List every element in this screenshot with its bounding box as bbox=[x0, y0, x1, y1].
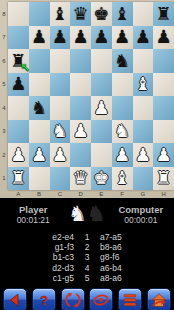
square-c5[interactable] bbox=[50, 73, 71, 97]
square-a5[interactable]: ♟ bbox=[8, 73, 29, 97]
back-button[interactable] bbox=[3, 288, 27, 310]
svg-text:?: ? bbox=[40, 292, 48, 307]
rank-labels: 87654321 bbox=[0, 2, 8, 190]
piece-white-bishop: ♝ bbox=[135, 75, 151, 93]
square-g6[interactable] bbox=[133, 49, 154, 73]
piece-white-queen: ♛ bbox=[73, 169, 89, 187]
square-c1[interactable] bbox=[50, 167, 71, 191]
piece-white-knight: ♞ bbox=[52, 122, 68, 140]
square-d1[interactable]: ♛ bbox=[70, 167, 91, 191]
black-knight-icon: ♞ bbox=[87, 204, 106, 225]
square-e2[interactable] bbox=[91, 143, 112, 167]
white-move: g1-f3 bbox=[16, 242, 78, 252]
piece-black-bishop: ♝ bbox=[52, 5, 68, 23]
square-d4[interactable] bbox=[70, 96, 91, 120]
rank-label-6: 6 bbox=[0, 49, 8, 73]
square-f1[interactable]: ♝ bbox=[112, 167, 133, 191]
rank-label-1: 1 bbox=[0, 167, 8, 191]
white-move: d2-d3 bbox=[16, 263, 78, 273]
side-indicator: ♞ ♞ bbox=[68, 204, 106, 225]
piece-white-pawn: ♟ bbox=[31, 146, 47, 164]
square-d6[interactable] bbox=[70, 49, 91, 73]
square-d2[interactable] bbox=[70, 143, 91, 167]
move-row-5: c1-g55a8-a6 bbox=[16, 273, 158, 283]
view-button[interactable] bbox=[89, 288, 113, 310]
file-label-a: A bbox=[8, 190, 29, 198]
square-a3[interactable] bbox=[8, 120, 29, 144]
square-f2[interactable]: ♟ bbox=[112, 143, 133, 167]
square-f7[interactable]: ♟ bbox=[112, 26, 133, 50]
home-exit-icon bbox=[150, 291, 168, 309]
square-h6[interactable] bbox=[153, 49, 174, 73]
piece-black-pawn: ♟ bbox=[93, 28, 109, 46]
rotate-icon bbox=[64, 291, 82, 309]
square-g3[interactable] bbox=[133, 120, 154, 144]
file-labels: ABCDEFGH bbox=[8, 190, 174, 198]
white-knight-icon: ♞ bbox=[68, 204, 87, 225]
piece-white-pawn: ♟ bbox=[73, 122, 89, 140]
black-move: a8-a6 bbox=[96, 273, 158, 283]
move-number: 4 bbox=[78, 263, 96, 273]
piece-black-pawn: ♟ bbox=[31, 28, 47, 46]
piece-white-rook: ♜ bbox=[10, 169, 26, 187]
piece-black-knight: ♞ bbox=[114, 52, 130, 70]
piece-white-pawn: ♟ bbox=[93, 99, 109, 117]
square-e7[interactable]: ♟ bbox=[91, 26, 112, 50]
move-list[interactable]: e2-e41a7-a5g1-f32b8-a6b1-c33g8-f6d2-d34a… bbox=[0, 230, 174, 285]
square-f8[interactable]: ♝ bbox=[112, 2, 133, 26]
rank-label-5: 5 bbox=[0, 73, 8, 97]
eye-icon bbox=[92, 291, 110, 309]
square-b5[interactable] bbox=[29, 73, 50, 97]
rank-label-2: 2 bbox=[0, 143, 8, 167]
computer-clock: Computer 00:00:01 bbox=[108, 204, 174, 225]
toolbar: ? bbox=[0, 285, 174, 310]
square-h8[interactable]: ♜ bbox=[153, 2, 174, 26]
board: ♝♛♚♝♜♟♟♟♟♟♟♟♜↖♞♟♝♞♟♞♟♞♟♟♟♟♟♟♜♛♚♝♜ bbox=[8, 2, 174, 190]
square-f4[interactable] bbox=[112, 96, 133, 120]
file-label-g: G bbox=[133, 190, 154, 198]
square-a2[interactable]: ♟ bbox=[8, 143, 29, 167]
file-label-d: D bbox=[70, 190, 91, 198]
square-b7[interactable]: ♟ bbox=[29, 26, 50, 50]
square-c6[interactable] bbox=[50, 49, 71, 73]
piece-black-bishop: ♝ bbox=[114, 5, 130, 23]
square-h5[interactable] bbox=[153, 73, 174, 97]
square-c8[interactable]: ♝ bbox=[50, 2, 71, 26]
computer-label: Computer bbox=[108, 204, 174, 215]
piece-black-pawn: ♟ bbox=[10, 75, 26, 93]
move-row-1: e2-e41a7-a5 bbox=[16, 232, 158, 242]
square-g4[interactable] bbox=[133, 96, 154, 120]
square-g1[interactable] bbox=[133, 167, 154, 191]
square-g7[interactable]: ♟ bbox=[133, 26, 154, 50]
piece-white-king: ♚ bbox=[93, 169, 109, 187]
square-c2[interactable]: ♟ bbox=[50, 143, 71, 167]
move-row-3: b1-c33g8-f6 bbox=[16, 252, 158, 262]
black-move: b8-a6 bbox=[96, 242, 158, 252]
square-a1[interactable]: ♜ bbox=[8, 167, 29, 191]
piece-black-pawn: ♟ bbox=[135, 28, 151, 46]
square-f3[interactable]: ♞ bbox=[112, 120, 133, 144]
square-c7[interactable]: ♟ bbox=[50, 26, 71, 50]
question-mark-icon: ? bbox=[35, 291, 53, 309]
square-d3[interactable]: ♟ bbox=[70, 120, 91, 144]
file-label-b: B bbox=[29, 190, 50, 198]
square-a6[interactable]: ♜↖ bbox=[8, 49, 29, 73]
piece-white-pawn: ♟ bbox=[156, 146, 172, 164]
back-icon bbox=[6, 291, 24, 309]
file-label-h: H bbox=[153, 190, 174, 198]
square-b6[interactable] bbox=[29, 49, 50, 73]
square-h2[interactable]: ♟ bbox=[153, 143, 174, 167]
piece-white-knight: ♞ bbox=[114, 122, 130, 140]
move-row-2: g1-f32b8-a6 bbox=[16, 242, 158, 252]
square-e4[interactable]: ♟ bbox=[91, 96, 112, 120]
square-c3[interactable]: ♞ bbox=[50, 120, 71, 144]
piece-black-rook: ♜ bbox=[156, 5, 172, 23]
square-e6[interactable] bbox=[91, 49, 112, 73]
piece-white-pawn: ♟ bbox=[52, 146, 68, 164]
player-time: 00:01:21 bbox=[0, 215, 66, 225]
move-number: 5 bbox=[78, 273, 96, 283]
black-move: a6-b4 bbox=[96, 263, 158, 273]
square-h3[interactable] bbox=[153, 120, 174, 144]
square-c4[interactable] bbox=[50, 96, 71, 120]
chess-board-frame: 87654321 ♝♛♚♝♜♟♟♟♟♟♟♟♜↖♞♟♝♞♟♞♟♞♟♟♟♟♟♟♜♛♚… bbox=[0, 0, 174, 198]
move-number: 2 bbox=[78, 242, 96, 252]
square-a4[interactable] bbox=[8, 96, 29, 120]
square-e5[interactable] bbox=[91, 73, 112, 97]
rank-label-8: 8 bbox=[0, 2, 8, 26]
square-e3[interactable] bbox=[91, 120, 112, 144]
square-b3[interactable] bbox=[29, 120, 50, 144]
square-h4[interactable] bbox=[153, 96, 174, 120]
piece-black-king: ♚ bbox=[93, 5, 109, 23]
white-move: b1-c3 bbox=[16, 252, 78, 262]
piece-black-pawn: ♟ bbox=[73, 28, 89, 46]
rotate-button[interactable] bbox=[61, 288, 85, 310]
square-b4[interactable]: ♞ bbox=[29, 96, 50, 120]
move-row-4: d2-d34a6-b4 bbox=[16, 263, 158, 273]
player-clock: Player 00:01:21 bbox=[0, 204, 66, 225]
clock-panel: Player 00:01:21 ♞ ♞ Computer 00:00:01 bbox=[0, 198, 174, 230]
square-f6[interactable]: ♞ bbox=[112, 49, 133, 73]
square-b2[interactable]: ♟ bbox=[29, 143, 50, 167]
square-g8[interactable] bbox=[133, 2, 154, 26]
white-move: e2-e4 bbox=[16, 232, 78, 242]
piece-black-pawn: ♟ bbox=[114, 28, 130, 46]
exit-button[interactable] bbox=[147, 288, 171, 310]
square-g5[interactable]: ♝ bbox=[133, 73, 154, 97]
square-e1[interactable]: ♚ bbox=[91, 167, 112, 191]
piece-black-queen: ♛ bbox=[73, 5, 89, 23]
square-g2[interactable]: ♟ bbox=[133, 143, 154, 167]
piece-white-bishop: ♝ bbox=[114, 169, 130, 187]
square-b8[interactable] bbox=[29, 2, 50, 26]
player-label: Player bbox=[0, 204, 66, 215]
piece-white-pawn: ♟ bbox=[114, 146, 130, 164]
square-f5[interactable] bbox=[112, 73, 133, 97]
square-d8[interactable]: ♛ bbox=[70, 2, 91, 26]
help-button[interactable]: ? bbox=[32, 288, 56, 310]
file-label-c: C bbox=[50, 190, 71, 198]
white-move: c1-g5 bbox=[16, 273, 78, 283]
piece-white-pawn: ♟ bbox=[10, 146, 26, 164]
square-b1[interactable] bbox=[29, 167, 50, 191]
rank-label-4: 4 bbox=[0, 96, 8, 120]
menu-icon bbox=[121, 291, 139, 309]
piece-black-pawn: ♟ bbox=[52, 28, 68, 46]
square-a8[interactable] bbox=[8, 2, 29, 26]
rank-label-3: 3 bbox=[0, 120, 8, 144]
piece-black-pawn: ♟ bbox=[156, 28, 172, 46]
move-number: 3 bbox=[78, 252, 96, 262]
square-d7[interactable]: ♟ bbox=[70, 26, 91, 50]
menu-button[interactable] bbox=[118, 288, 142, 310]
square-h1[interactable]: ♜ bbox=[153, 167, 174, 191]
square-e8[interactable]: ♚ bbox=[91, 2, 112, 26]
piece-white-rook: ♜ bbox=[156, 169, 172, 187]
black-move: a7-a5 bbox=[96, 232, 158, 242]
piece-black-knight: ♞ bbox=[31, 99, 47, 117]
black-move: g8-f6 bbox=[96, 252, 158, 262]
file-label-e: E bbox=[91, 190, 112, 198]
rank-label-7: 7 bbox=[0, 26, 8, 50]
move-number: 1 bbox=[78, 232, 96, 242]
computer-time: 00:00:01 bbox=[108, 215, 174, 225]
square-h7[interactable]: ♟ bbox=[153, 26, 174, 50]
file-label-f: F bbox=[112, 190, 133, 198]
piece-white-pawn: ♟ bbox=[135, 146, 151, 164]
square-d5[interactable] bbox=[70, 73, 91, 97]
square-a7[interactable] bbox=[8, 26, 29, 50]
